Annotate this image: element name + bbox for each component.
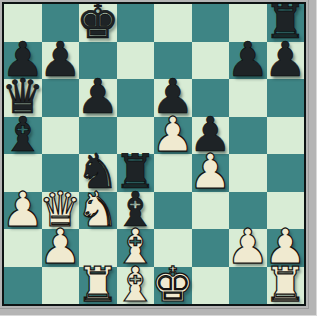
square-c6[interactable]: ♟ (79, 79, 117, 117)
square-e8[interactable] (154, 4, 192, 42)
square-c3[interactable]: ♞ (79, 192, 117, 230)
black-pawn[interactable]: ♟ (76, 78, 119, 115)
black-king[interactable]: ♚ (76, 3, 119, 40)
square-d1[interactable]: ♝ (117, 267, 155, 305)
square-c8[interactable]: ♚ (79, 4, 117, 42)
square-b2[interactable]: ♟ (42, 229, 80, 267)
black-pawn[interactable]: ♟ (264, 41, 307, 78)
white-rook[interactable]: ♜ (264, 266, 307, 303)
square-e3[interactable] (154, 192, 192, 230)
white-pawn[interactable]: ♟ (189, 153, 232, 190)
square-f7[interactable] (192, 42, 230, 80)
square-d6[interactable] (117, 79, 155, 117)
square-h1[interactable]: ♜ (267, 267, 305, 305)
square-c1[interactable]: ♜ (79, 267, 117, 305)
square-f4[interactable]: ♟ (192, 154, 230, 192)
square-e1[interactable]: ♚ (154, 267, 192, 305)
chess-app-window: ♚♜♟♟♟♟♛♟♟♝♟♟♞♜♟♟♛♞♝♟♝♟♟♜♝♚♜ (0, 0, 317, 316)
square-g2[interactable]: ♟ (229, 229, 267, 267)
square-d7[interactable] (117, 42, 155, 80)
square-h4[interactable] (267, 154, 305, 192)
square-b7[interactable]: ♟ (42, 42, 80, 80)
square-h7[interactable]: ♟ (267, 42, 305, 80)
chess-board[interactable]: ♚♜♟♟♟♟♛♟♟♝♟♟♞♜♟♟♛♞♝♟♝♟♟♜♝♚♜ (2, 2, 306, 306)
white-king[interactable]: ♚ (151, 266, 194, 303)
square-a3[interactable]: ♟ (4, 192, 42, 230)
square-f8[interactable] (192, 4, 230, 42)
square-f1[interactable] (192, 267, 230, 305)
square-g5[interactable] (229, 117, 267, 155)
black-bishop[interactable]: ♝ (1, 116, 44, 153)
square-b5[interactable] (42, 117, 80, 155)
square-g4[interactable] (229, 154, 267, 192)
square-a5[interactable]: ♝ (4, 117, 42, 155)
square-e5[interactable]: ♟ (154, 117, 192, 155)
square-f2[interactable] (192, 229, 230, 267)
square-a1[interactable] (4, 267, 42, 305)
square-g7[interactable]: ♟ (229, 42, 267, 80)
square-h5[interactable] (267, 117, 305, 155)
square-d8[interactable] (117, 4, 155, 42)
